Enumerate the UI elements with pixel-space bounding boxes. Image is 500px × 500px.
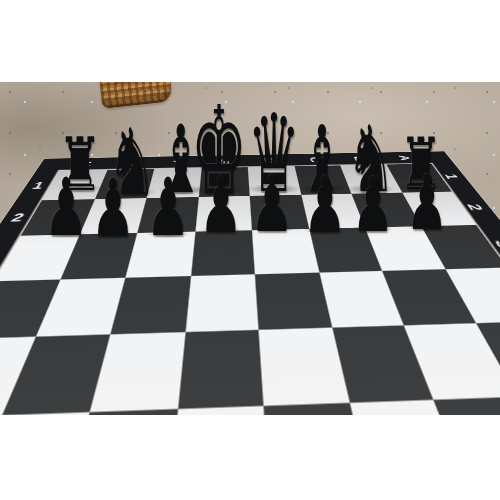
piece-d2-pawn: ♟ bbox=[248, 165, 296, 243]
piece-e2-pawn: ♟ bbox=[197, 166, 245, 244]
piece-f2-pawn: ♟ bbox=[143, 168, 193, 248]
product-photo: HGFEDCBA 1234567 1234567 ♜♞♝♚♛♝♞♜♟♟♟♟♟♟♟… bbox=[0, 82, 500, 415]
piece-c2-pawn: ♟ bbox=[301, 166, 349, 244]
piece-g2-pawn: ♟ bbox=[88, 169, 138, 249]
page: HGFEDCBA 1234567 1234567 ♜♞♝♚♛♝♞♜♟♟♟♟♟♟♟… bbox=[0, 0, 500, 500]
piece-b2-pawn: ♟ bbox=[349, 167, 396, 243]
piece-h2-pawn: ♟ bbox=[41, 168, 91, 248]
piece-a2-pawn: ♟ bbox=[403, 165, 450, 241]
pieces-layer: ♜♞♝♚♛♝♞♜♟♟♟♟♟♟♟♟ bbox=[0, 82, 500, 415]
